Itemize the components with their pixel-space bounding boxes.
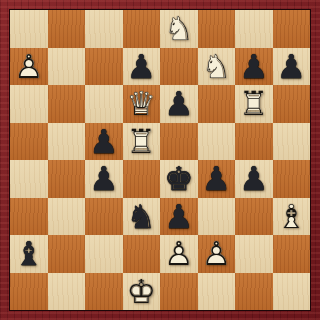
square-g5[interactable] — [235, 123, 273, 161]
square-a6[interactable] — [10, 85, 48, 123]
square-f8[interactable] — [198, 10, 236, 48]
square-d6[interactable]: ♛♕ — [123, 85, 161, 123]
black-pawn-icon: ♟ — [123, 48, 161, 86]
white-queen-piece: ♛♕ — [123, 85, 161, 123]
square-a8[interactable] — [10, 10, 48, 48]
black-pawn-piece: ♟ — [235, 48, 273, 86]
square-a2[interactable]: ♝ — [10, 235, 48, 273]
square-b4[interactable] — [48, 160, 86, 198]
square-b6[interactable] — [48, 85, 86, 123]
white-pawn-icon: ♟ — [10, 48, 48, 86]
square-h1[interactable] — [273, 273, 311, 311]
white-king-piece: ♚♔ — [123, 273, 161, 311]
white-knight-outline-icon: ♘ — [160, 10, 198, 48]
black-pawn-piece: ♟ — [198, 160, 236, 198]
white-rook-icon: ♜ — [235, 85, 273, 123]
square-c5[interactable]: ♟ — [85, 123, 123, 161]
square-d8[interactable] — [123, 10, 161, 48]
square-b1[interactable] — [48, 273, 86, 311]
square-h2[interactable] — [273, 235, 311, 273]
square-b7[interactable] — [48, 48, 86, 86]
square-d2[interactable] — [123, 235, 161, 273]
black-king-icon: ♚ — [160, 160, 198, 198]
black-pawn-piece: ♟ — [85, 123, 123, 161]
square-h7[interactable]: ♟ — [273, 48, 311, 86]
white-king-icon: ♚ — [123, 273, 161, 311]
white-pawn-piece: ♟♙ — [10, 48, 48, 86]
black-pawn-piece: ♟ — [160, 198, 198, 236]
square-a5[interactable] — [10, 123, 48, 161]
white-pawn-icon: ♟ — [198, 235, 236, 273]
white-bishop-outline-icon: ♗ — [273, 198, 311, 236]
white-knight-icon: ♞ — [160, 10, 198, 48]
square-g3[interactable] — [235, 198, 273, 236]
white-knight-outline-icon: ♘ — [198, 48, 236, 86]
white-knight-icon: ♞ — [198, 48, 236, 86]
square-c6[interactable] — [85, 85, 123, 123]
square-f5[interactable] — [198, 123, 236, 161]
black-pawn-icon: ♟ — [160, 85, 198, 123]
square-c7[interactable] — [85, 48, 123, 86]
white-pawn-outline-icon: ♙ — [198, 235, 236, 273]
square-f3[interactable] — [198, 198, 236, 236]
black-king-piece: ♚ — [160, 160, 198, 198]
black-pawn-icon: ♟ — [235, 48, 273, 86]
black-pawn-piece: ♟ — [273, 48, 311, 86]
square-g4[interactable]: ♟ — [235, 160, 273, 198]
white-queen-icon: ♛ — [123, 85, 161, 123]
black-pawn-piece: ♟ — [123, 48, 161, 86]
chessboard: ♞♘♟♙♟♞♘♟♟♛♕♟♜♖♟♜♖♟♚♟♟♞♟♝♗♝♟♙♟♙♚♔ — [10, 10, 310, 310]
square-d5[interactable]: ♜♖ — [123, 123, 161, 161]
square-f4[interactable]: ♟ — [198, 160, 236, 198]
square-g6[interactable]: ♜♖ — [235, 85, 273, 123]
square-d1[interactable]: ♚♔ — [123, 273, 161, 311]
square-e3[interactable]: ♟ — [160, 198, 198, 236]
square-e1[interactable] — [160, 273, 198, 311]
white-rook-icon: ♜ — [123, 123, 161, 161]
white-rook-piece: ♜♖ — [235, 85, 273, 123]
white-bishop-icon: ♝ — [273, 198, 311, 236]
white-pawn-piece: ♟♙ — [160, 235, 198, 273]
black-pawn-icon: ♟ — [273, 48, 311, 86]
square-h6[interactable] — [273, 85, 311, 123]
black-knight-icon: ♞ — [123, 198, 161, 236]
square-g7[interactable]: ♟ — [235, 48, 273, 86]
black-knight-piece: ♞ — [123, 198, 161, 236]
white-pawn-icon: ♟ — [160, 235, 198, 273]
square-c8[interactable] — [85, 10, 123, 48]
square-g2[interactable] — [235, 235, 273, 273]
square-e8[interactable]: ♞♘ — [160, 10, 198, 48]
square-h8[interactable] — [273, 10, 311, 48]
black-pawn-piece: ♟ — [85, 160, 123, 198]
square-a4[interactable] — [10, 160, 48, 198]
white-king-outline-icon: ♔ — [123, 273, 161, 311]
square-g1[interactable] — [235, 273, 273, 311]
square-a1[interactable] — [10, 273, 48, 311]
black-pawn-piece: ♟ — [235, 160, 273, 198]
white-rook-outline-icon: ♖ — [235, 85, 273, 123]
black-pawn-icon: ♟ — [160, 198, 198, 236]
white-pawn-outline-icon: ♙ — [160, 235, 198, 273]
square-a7[interactable]: ♟♙ — [10, 48, 48, 86]
square-e7[interactable] — [160, 48, 198, 86]
black-pawn-icon: ♟ — [85, 160, 123, 198]
black-pawn-icon: ♟ — [235, 160, 273, 198]
square-b8[interactable] — [48, 10, 86, 48]
square-e2[interactable]: ♟♙ — [160, 235, 198, 273]
square-d4[interactable] — [123, 160, 161, 198]
chessboard-frame: ♞♘♟♙♟♞♘♟♟♛♕♟♜♖♟♜♖♟♚♟♟♞♟♝♗♝♟♙♟♙♚♔ — [0, 0, 320, 320]
black-pawn-piece: ♟ — [160, 85, 198, 123]
square-d7[interactable]: ♟ — [123, 48, 161, 86]
white-bishop-piece: ♝♗ — [273, 198, 311, 236]
square-c4[interactable]: ♟ — [85, 160, 123, 198]
square-e5[interactable] — [160, 123, 198, 161]
square-f1[interactable] — [198, 273, 236, 311]
square-a3[interactable] — [10, 198, 48, 236]
white-pawn-outline-icon: ♙ — [10, 48, 48, 86]
white-pawn-piece: ♟♙ — [198, 235, 236, 273]
white-rook-piece: ♜♖ — [123, 123, 161, 161]
square-b3[interactable] — [48, 198, 86, 236]
square-f7[interactable]: ♞♘ — [198, 48, 236, 86]
square-e6[interactable]: ♟ — [160, 85, 198, 123]
square-b2[interactable] — [48, 235, 86, 273]
white-knight-piece: ♞♘ — [198, 48, 236, 86]
black-pawn-icon: ♟ — [85, 123, 123, 161]
square-c2[interactable] — [85, 235, 123, 273]
square-b5[interactable] — [48, 123, 86, 161]
black-pawn-icon: ♟ — [198, 160, 236, 198]
square-h4[interactable] — [273, 160, 311, 198]
square-f2[interactable]: ♟♙ — [198, 235, 236, 273]
square-d3[interactable]: ♞ — [123, 198, 161, 236]
square-c1[interactable] — [85, 273, 123, 311]
square-e4[interactable]: ♚ — [160, 160, 198, 198]
black-bishop-piece: ♝ — [10, 235, 48, 273]
white-queen-outline-icon: ♕ — [123, 85, 161, 123]
square-h3[interactable]: ♝♗ — [273, 198, 311, 236]
white-rook-outline-icon: ♖ — [123, 123, 161, 161]
black-bishop-icon: ♝ — [10, 235, 48, 273]
square-g8[interactable] — [235, 10, 273, 48]
square-f6[interactable] — [198, 85, 236, 123]
square-c3[interactable] — [85, 198, 123, 236]
white-knight-piece: ♞♘ — [160, 10, 198, 48]
square-h5[interactable] — [273, 123, 311, 161]
